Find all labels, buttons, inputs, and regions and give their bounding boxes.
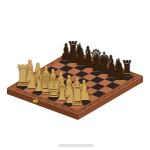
frame-dot (109, 65, 111, 66)
frame-dot (103, 96, 105, 97)
frame-dot (29, 75, 31, 76)
frame-dot (93, 59, 95, 60)
frame-dot (89, 104, 91, 105)
frame-dot (132, 73, 134, 74)
frame-dot (39, 98, 41, 99)
frame-dot (16, 89, 18, 90)
frame-dot (70, 109, 72, 110)
frame-dot (55, 103, 57, 104)
frame-dot (15, 84, 17, 85)
frame-dot (111, 92, 113, 93)
frame-dot (78, 53, 80, 54)
frame-dot (96, 100, 98, 101)
frame-dot (63, 106, 65, 107)
frame-dot (116, 68, 118, 69)
watermark (58, 144, 94, 147)
frame-dot (118, 87, 120, 88)
frame-dot (51, 63, 53, 64)
frame-dot (125, 83, 127, 84)
frame-dot (24, 92, 26, 93)
frame-dot (22, 79, 24, 80)
frame-dot (58, 59, 60, 60)
frame-dot (47, 101, 49, 102)
frame-dot (36, 71, 38, 72)
frame-dot (65, 55, 67, 56)
frame-dot (101, 62, 103, 63)
frame-dot (32, 95, 34, 96)
frame-dot (124, 70, 126, 71)
frame-dot (132, 79, 134, 80)
frame-dot (82, 108, 84, 109)
frame-dot (43, 67, 45, 68)
clasp-latch (33, 99, 38, 102)
frame-dot (85, 56, 87, 57)
chess-set-product-photo[interactable]: ♜♞♝♛♚♝♞♜♟♟♟♟♟♟♟♟♟♟♟♟♟♟♟♟♜♞♝♛♚♝♞♜ (0, 0, 150, 150)
